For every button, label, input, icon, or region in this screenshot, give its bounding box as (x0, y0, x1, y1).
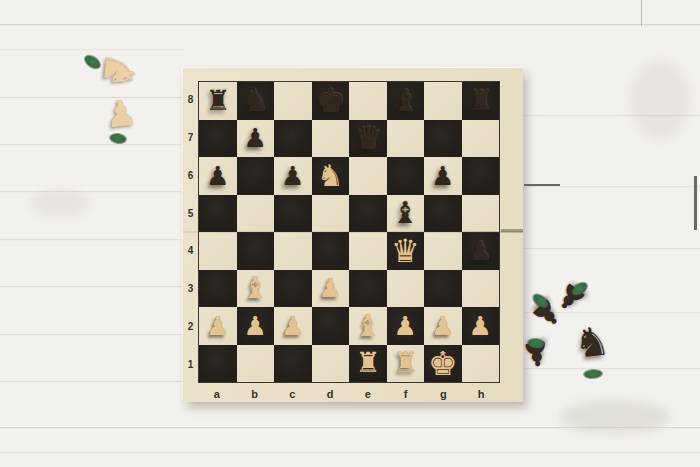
file-label-e: e (349, 386, 387, 402)
square-h2: ♟ (462, 307, 500, 345)
square-g2: ♟ (424, 307, 462, 345)
black-pawn-g6: ♟ (431, 163, 454, 189)
square-f4: ♛ (387, 232, 425, 270)
rank-labels: 87654321 (183, 81, 198, 383)
rank-label-2: 2 (183, 308, 198, 346)
white-pawn-b2: ♟ (244, 313, 267, 339)
black-queen-e7: ♛ (353, 122, 382, 154)
square-a8: ♜ (199, 82, 237, 120)
square-c1 (274, 345, 312, 383)
board-fold-notch (501, 229, 523, 232)
plank-groove (0, 191, 183, 193)
file-label-h: h (462, 386, 500, 402)
plank-groove (0, 334, 183, 336)
plank-seam (641, 0, 642, 26)
square-e3 (349, 270, 387, 308)
rank-label-6: 6 (183, 157, 198, 195)
captured-black-pawn: ♟ (549, 277, 591, 320)
white-pawn-c2: ♟ (281, 313, 304, 339)
file-label-c: c (274, 386, 312, 402)
square-h1 (462, 345, 500, 383)
square-h4: ♟ (462, 232, 500, 270)
square-d2 (312, 307, 350, 345)
square-e2: ♝ (349, 307, 387, 345)
wood-smudge (560, 400, 670, 434)
plank-groove (0, 381, 183, 383)
rank-label-4: 4 (183, 232, 198, 270)
felt-base (584, 370, 602, 379)
black-knight-b8: ♞ (242, 86, 269, 116)
plank-groove (0, 49, 183, 51)
square-a6: ♟ (199, 157, 237, 195)
white-pawn-d3: ♟ (319, 275, 342, 301)
white-rook-e1: ♜ (355, 349, 380, 377)
rank-label-8: 8 (183, 81, 198, 119)
captured-black-pawn: ♟ (520, 336, 553, 372)
square-f7 (387, 120, 425, 158)
plank-groove (0, 427, 700, 429)
square-d3: ♟ (312, 270, 350, 308)
chess-board: 87654321 abcdefgh ♜♞♚♝♜♟♛♟♟♞♟♝♛♟♝♟♟♟♟♝♟♟… (183, 68, 523, 402)
square-b5 (237, 195, 275, 233)
square-g3 (424, 270, 462, 308)
square-b4 (237, 232, 275, 270)
square-a5 (199, 195, 237, 233)
rank-label-7: 7 (183, 119, 198, 157)
square-c6: ♟ (274, 157, 312, 195)
square-c4 (274, 232, 312, 270)
captured-black-pawn: ♟ (526, 293, 569, 336)
square-d6: ♞ (312, 157, 350, 195)
rank-label-5: 5 (183, 194, 198, 232)
black-bishop-f8: ♝ (392, 86, 419, 116)
square-e7: ♛ (349, 120, 387, 158)
black-king-d8: ♚ (315, 84, 345, 117)
square-d7 (312, 120, 350, 158)
black-pawn-b7: ♟ (244, 125, 267, 151)
black-bishop-f5: ♝ (392, 198, 419, 228)
file-label-f: f (387, 386, 425, 402)
captured-white-knight: ♞ (96, 50, 142, 92)
felt-base (531, 292, 550, 311)
white-knight-d6: ♞ (317, 161, 344, 191)
playing-area: ♜♞♚♝♜♟♛♟♟♞♟♝♛♟♝♟♟♟♟♝♟♟♟♜♜♚ (198, 81, 500, 383)
rank-label-1: 1 (183, 345, 198, 383)
rank-label-3: 3 (183, 270, 198, 308)
square-h3 (462, 270, 500, 308)
black-pawn-a6: ♟ (206, 163, 229, 189)
square-c8 (274, 82, 312, 120)
plank-groove (0, 24, 700, 26)
square-a7 (199, 120, 237, 158)
captured-white-pawn: ♟ (103, 94, 139, 134)
file-label-b: b (236, 386, 274, 402)
square-b7: ♟ (237, 120, 275, 158)
plank-groove (0, 97, 183, 99)
plank-groove (0, 286, 183, 288)
plank-groove (523, 115, 700, 117)
white-king-g1: ♚ (428, 347, 458, 380)
wood-smudge (30, 190, 90, 216)
black-rook-a8: ♜ (205, 87, 230, 115)
square-c3 (274, 270, 312, 308)
white-bishop-b3: ♝ (242, 273, 269, 303)
square-f6 (387, 157, 425, 195)
square-g5 (424, 195, 462, 233)
felt-base (83, 53, 103, 71)
square-g7 (424, 120, 462, 158)
square-d1 (312, 345, 350, 383)
plank-groove (523, 186, 700, 188)
file-label-g: g (425, 386, 463, 402)
square-a3 (199, 270, 237, 308)
felt-base (528, 338, 545, 348)
square-a4 (199, 232, 237, 270)
plank-groove (0, 452, 700, 454)
square-e5 (349, 195, 387, 233)
wood-crack (694, 176, 697, 230)
black-rook-h8: ♜ (468, 87, 493, 115)
felt-base (570, 280, 590, 298)
white-pawn-a2: ♟ (206, 313, 229, 339)
square-c7 (274, 120, 312, 158)
plank-groove (0, 144, 183, 146)
square-b6 (237, 157, 275, 195)
file-label-d: d (311, 386, 349, 402)
white-pawn-h2: ♟ (469, 313, 492, 339)
square-g1: ♚ (424, 345, 462, 383)
square-g4 (424, 232, 462, 270)
file-labels: abcdefgh (198, 386, 500, 402)
square-f1: ♜ (387, 345, 425, 383)
plank-groove (523, 312, 700, 314)
square-b2: ♟ (237, 307, 275, 345)
felt-base (109, 133, 126, 144)
file-label-a: a (198, 386, 236, 402)
black-pawn-h4: ♟ (469, 238, 492, 264)
square-g8 (424, 82, 462, 120)
square-d5 (312, 195, 350, 233)
square-g6: ♟ (424, 157, 462, 195)
white-bishop-e2: ♝ (354, 311, 381, 341)
square-h7 (462, 120, 500, 158)
white-queen-f4: ♛ (391, 235, 420, 267)
plank-groove (523, 368, 700, 370)
square-a2: ♟ (199, 307, 237, 345)
wood-crack (524, 184, 560, 186)
plank-groove (523, 248, 700, 250)
square-e8 (349, 82, 387, 120)
black-pawn-c6: ♟ (281, 163, 304, 189)
table-scene: 87654321 abcdefgh ♜♞♚♝♜♟♛♟♟♞♟♝♛♟♝♟♟♟♟♝♟♟… (0, 0, 700, 467)
square-d4 (312, 232, 350, 270)
square-c5 (274, 195, 312, 233)
white-pawn-g2: ♟ (431, 313, 454, 339)
white-pawn-f2: ♟ (394, 313, 417, 339)
square-f3 (387, 270, 425, 308)
square-h8: ♜ (462, 82, 500, 120)
captured-black-knight: ♞ (572, 320, 612, 364)
square-f8: ♝ (387, 82, 425, 120)
wood-smudge (630, 60, 690, 140)
square-h6 (462, 157, 500, 195)
plank-groove (0, 239, 183, 241)
white-rook-f1: ♜ (393, 349, 418, 377)
square-a1 (199, 345, 237, 383)
square-c2: ♟ (274, 307, 312, 345)
square-h5 (462, 195, 500, 233)
square-f5: ♝ (387, 195, 425, 233)
square-e1: ♜ (349, 345, 387, 383)
square-b3: ♝ (237, 270, 275, 308)
square-e4 (349, 232, 387, 270)
square-b1 (237, 345, 275, 383)
square-b8: ♞ (237, 82, 275, 120)
square-d8: ♚ (312, 82, 350, 120)
square-e6 (349, 157, 387, 195)
square-f2: ♟ (387, 307, 425, 345)
